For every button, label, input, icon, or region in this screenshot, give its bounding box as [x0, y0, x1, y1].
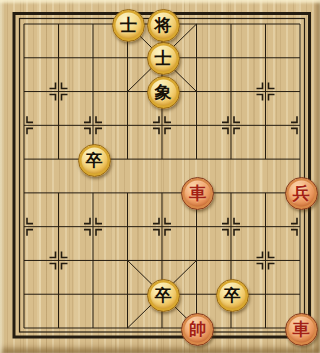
- piece-black-soldier[interactable]: 卒: [147, 279, 180, 312]
- piece-black-advisor[interactable]: 士: [147, 42, 180, 75]
- piece-red-soldier[interactable]: 兵: [285, 177, 318, 210]
- piece-red-chariot[interactable]: 車: [285, 313, 318, 346]
- piece-black-elephant[interactable]: 象: [147, 76, 180, 109]
- piece-black-soldier[interactable]: 卒: [216, 279, 249, 312]
- piece-black-soldier[interactable]: 卒: [78, 144, 111, 177]
- pieces-layer: 士将士象卒車兵卒卒帥車: [0, 0, 320, 353]
- piece-red-chariot[interactable]: 車: [181, 177, 214, 210]
- xiangqi-board: 士将士象卒車兵卒卒帥車: [0, 0, 320, 353]
- piece-black-advisor[interactable]: 士: [112, 9, 145, 42]
- piece-red-general[interactable]: 帥: [181, 313, 214, 346]
- piece-black-general[interactable]: 将: [147, 9, 180, 42]
